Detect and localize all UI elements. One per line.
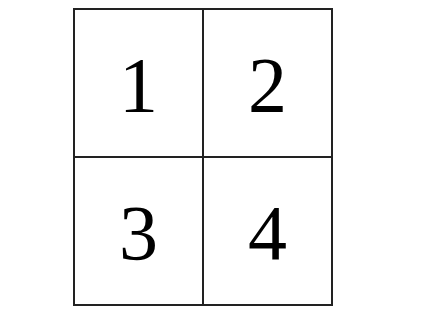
cell-r1c1: 4 (204, 158, 331, 304)
cell-r0c1: 2 (204, 10, 331, 156)
page-background: 1 2 3 4 (0, 0, 422, 326)
board-grid: 1 2 3 4 (73, 8, 333, 306)
cell-r0c0: 1 (75, 10, 202, 156)
cell-r1c0: 3 (75, 158, 202, 304)
